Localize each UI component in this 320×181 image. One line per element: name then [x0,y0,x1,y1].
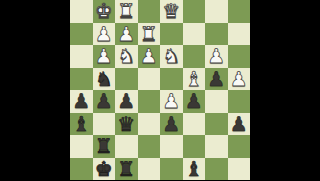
square-f2[interactable] [183,135,206,158]
square-c1[interactable]: ♜ [115,158,138,181]
square-b5[interactable]: ♞ [93,68,116,91]
square-b3[interactable] [93,113,116,136]
square-a8[interactable] [70,0,93,23]
square-g7[interactable] [205,23,228,46]
square-d6[interactable]: ♟ [138,45,161,68]
square-h8[interactable] [228,0,251,23]
square-h6[interactable] [228,45,251,68]
piece-black-rook[interactable]: ♜ [95,136,113,156]
square-c5[interactable] [115,68,138,91]
piece-white-bishop[interactable]: ♝ [185,68,203,88]
piece-black-knight[interactable]: ♞ [95,68,113,88]
piece-white-pawn[interactable]: ♟ [95,46,113,66]
square-g4[interactable] [205,90,228,113]
square-e8[interactable]: ♛ [160,0,183,23]
letterbox-right [250,0,320,180]
piece-white-pawn[interactable]: ♟ [95,23,113,43]
square-d8[interactable] [138,0,161,23]
square-b7[interactable]: ♟ [93,23,116,46]
square-g2[interactable] [205,135,228,158]
piece-white-rook[interactable]: ♜ [117,1,135,21]
piece-black-pawn[interactable]: ♟ [185,91,203,111]
chess-board[interactable]: ♚♜♛♟♟♜♟♞♟♞♟♞♝♟♟♟♟♟♟♟♝♛♟♟♜♚♜♝ [70,0,250,180]
square-g3[interactable] [205,113,228,136]
piece-white-pawn[interactable]: ♟ [140,46,158,66]
square-d1[interactable] [138,158,161,181]
square-f1[interactable]: ♝ [183,158,206,181]
square-g8[interactable] [205,0,228,23]
square-d2[interactable] [138,135,161,158]
square-g5[interactable]: ♟ [205,68,228,91]
piece-black-king[interactable]: ♚ [95,158,113,178]
piece-white-pawn[interactable]: ♟ [117,23,135,43]
square-d7[interactable]: ♜ [138,23,161,46]
piece-black-pawn[interactable]: ♟ [162,113,180,133]
piece-black-bishop[interactable]: ♝ [185,158,203,178]
square-g6[interactable]: ♟ [205,45,228,68]
square-e4[interactable]: ♟ [160,90,183,113]
square-a2[interactable] [70,135,93,158]
square-e5[interactable] [160,68,183,91]
square-d4[interactable] [138,90,161,113]
piece-black-pawn[interactable]: ♟ [117,91,135,111]
square-h2[interactable] [228,135,251,158]
piece-black-rook[interactable]: ♜ [117,158,135,178]
square-a6[interactable] [70,45,93,68]
square-a4[interactable]: ♟ [70,90,93,113]
square-d5[interactable] [138,68,161,91]
piece-white-queen[interactable]: ♛ [162,1,180,21]
square-b6[interactable]: ♟ [93,45,116,68]
square-b2[interactable]: ♜ [93,135,116,158]
square-f4[interactable]: ♟ [183,90,206,113]
square-c7[interactable]: ♟ [115,23,138,46]
piece-white-king[interactable]: ♚ [95,1,113,21]
piece-black-queen[interactable]: ♛ [117,113,135,133]
square-e3[interactable]: ♟ [160,113,183,136]
square-c6[interactable]: ♞ [115,45,138,68]
piece-black-pawn[interactable]: ♟ [72,91,90,111]
square-f8[interactable] [183,0,206,23]
square-f7[interactable] [183,23,206,46]
square-b1[interactable]: ♚ [93,158,116,181]
square-h3[interactable]: ♟ [228,113,251,136]
square-e7[interactable] [160,23,183,46]
square-e6[interactable]: ♞ [160,45,183,68]
piece-white-knight[interactable]: ♞ [162,46,180,66]
square-c3[interactable]: ♛ [115,113,138,136]
square-c8[interactable]: ♜ [115,0,138,23]
piece-black-pawn[interactable]: ♟ [207,68,225,88]
piece-black-bishop[interactable]: ♝ [72,113,90,133]
square-a1[interactable] [70,158,93,181]
piece-white-pawn[interactable]: ♟ [230,68,248,88]
letterbox-left [0,0,70,180]
square-a5[interactable] [70,68,93,91]
square-c4[interactable]: ♟ [115,90,138,113]
chess-app-stage: ♚♜♛♟♟♜♟♞♟♞♟♞♝♟♟♟♟♟♟♟♝♛♟♟♜♚♜♝ [0,0,320,180]
piece-white-pawn[interactable]: ♟ [162,91,180,111]
piece-white-rook[interactable]: ♜ [140,23,158,43]
piece-black-pawn[interactable]: ♟ [95,91,113,111]
square-a7[interactable] [70,23,93,46]
square-h7[interactable] [228,23,251,46]
square-c2[interactable] [115,135,138,158]
square-f6[interactable] [183,45,206,68]
square-e1[interactable] [160,158,183,181]
square-b8[interactable]: ♚ [93,0,116,23]
square-d3[interactable] [138,113,161,136]
square-f5[interactable]: ♝ [183,68,206,91]
square-a3[interactable]: ♝ [70,113,93,136]
piece-white-pawn[interactable]: ♟ [207,46,225,66]
piece-white-knight[interactable]: ♞ [117,46,135,66]
square-b4[interactable]: ♟ [93,90,116,113]
square-g1[interactable] [205,158,228,181]
piece-black-pawn[interactable]: ♟ [230,113,248,133]
square-h5[interactable]: ♟ [228,68,251,91]
square-e2[interactable] [160,135,183,158]
square-h4[interactable] [228,90,251,113]
square-f3[interactable] [183,113,206,136]
square-h1[interactable] [228,158,251,181]
